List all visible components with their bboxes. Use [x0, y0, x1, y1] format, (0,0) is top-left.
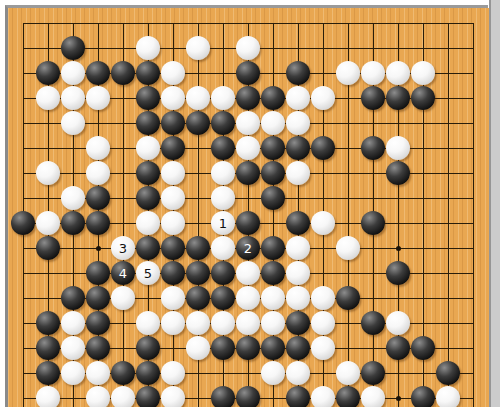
star-point — [396, 246, 401, 251]
white-stone[interactable] — [61, 86, 85, 110]
white-stone[interactable] — [86, 161, 110, 185]
black-stone[interactable] — [311, 136, 335, 160]
white-stone[interactable] — [211, 236, 235, 260]
white-stone[interactable] — [411, 61, 435, 85]
black-stone[interactable] — [136, 336, 160, 360]
white-stone[interactable] — [311, 211, 335, 235]
black-stone[interactable] — [61, 286, 85, 310]
black-stone[interactable] — [61, 211, 85, 235]
white-stone[interactable] — [61, 361, 85, 385]
white-stone[interactable] — [311, 386, 335, 407]
black-stone[interactable] — [436, 361, 460, 385]
white-stone[interactable] — [236, 311, 260, 335]
white-stone[interactable] — [111, 286, 135, 310]
white-stone[interactable] — [286, 286, 310, 310]
white-stone[interactable] — [286, 111, 310, 135]
black-stone[interactable] — [211, 261, 235, 285]
black-stone[interactable] — [286, 336, 310, 360]
white-stone[interactable] — [286, 261, 310, 285]
black-stone[interactable] — [336, 286, 360, 310]
grid-line-vertical — [473, 23, 474, 407]
black-stone[interactable] — [336, 386, 360, 407]
white-stone[interactable] — [161, 361, 185, 385]
white-stone[interactable] — [386, 311, 410, 335]
black-stone[interactable] — [211, 386, 235, 407]
white-stone[interactable] — [61, 61, 85, 85]
black-stone[interactable] — [36, 336, 60, 360]
black-stone[interactable] — [36, 311, 60, 335]
white-stone[interactable]: 5 — [136, 261, 160, 285]
black-stone[interactable] — [261, 136, 285, 160]
white-stone[interactable] — [236, 111, 260, 135]
black-stone[interactable] — [286, 136, 310, 160]
black-stone[interactable] — [136, 111, 160, 135]
white-stone[interactable] — [161, 61, 185, 85]
white-stone[interactable] — [86, 86, 110, 110]
black-stone[interactable] — [236, 336, 260, 360]
black-stone[interactable] — [186, 261, 210, 285]
white-stone[interactable] — [286, 161, 310, 185]
black-stone[interactable] — [236, 61, 260, 85]
black-stone[interactable] — [136, 186, 160, 210]
black-stone[interactable] — [36, 361, 60, 385]
black-stone[interactable] — [211, 136, 235, 160]
black-stone[interactable] — [261, 236, 285, 260]
white-stone[interactable] — [161, 286, 185, 310]
black-stone[interactable] — [386, 86, 410, 110]
black-stone[interactable] — [86, 211, 110, 235]
white-stone[interactable] — [261, 111, 285, 135]
black-stone[interactable] — [136, 86, 160, 110]
white-stone[interactable] — [211, 311, 235, 335]
white-stone[interactable] — [336, 361, 360, 385]
black-stone[interactable] — [111, 361, 135, 385]
window-right-gutter — [489, 0, 500, 407]
white-stone[interactable] — [61, 111, 85, 135]
black-stone[interactable] — [86, 186, 110, 210]
white-stone[interactable] — [311, 86, 335, 110]
white-stone[interactable] — [136, 36, 160, 60]
white-stone[interactable] — [436, 386, 460, 407]
white-stone[interactable] — [236, 136, 260, 160]
black-stone[interactable] — [36, 236, 60, 260]
black-stone[interactable] — [186, 236, 210, 260]
white-stone[interactable] — [136, 136, 160, 160]
black-stone[interactable] — [411, 336, 435, 360]
white-stone[interactable] — [211, 186, 235, 210]
black-stone[interactable] — [161, 111, 185, 135]
black-stone[interactable] — [161, 236, 185, 260]
move-number-label: 5 — [144, 267, 152, 280]
white-stone[interactable] — [161, 311, 185, 335]
black-stone[interactable] — [186, 111, 210, 135]
black-stone[interactable] — [386, 336, 410, 360]
black-stone[interactable] — [411, 386, 435, 407]
black-stone[interactable] — [286, 386, 310, 407]
white-stone[interactable] — [311, 336, 335, 360]
white-stone[interactable] — [186, 86, 210, 110]
black-stone[interactable] — [411, 86, 435, 110]
black-stone[interactable] — [86, 261, 110, 285]
star-point — [396, 396, 401, 401]
black-stone[interactable] — [161, 261, 185, 285]
black-stone[interactable] — [86, 61, 110, 85]
white-stone[interactable] — [236, 286, 260, 310]
go-board[interactable]: 13245 — [8, 8, 489, 407]
white-stone[interactable] — [136, 311, 160, 335]
white-stone[interactable]: 3 — [111, 236, 135, 260]
white-stone[interactable] — [161, 86, 185, 110]
white-stone[interactable] — [186, 36, 210, 60]
black-stone[interactable]: 4 — [111, 261, 135, 285]
black-stone[interactable] — [261, 86, 285, 110]
black-stone[interactable] — [261, 186, 285, 210]
white-stone[interactable] — [61, 311, 85, 335]
black-stone[interactable] — [361, 361, 385, 385]
move-number-label: 4 — [119, 267, 127, 280]
white-stone[interactable] — [361, 386, 385, 407]
black-stone[interactable] — [261, 161, 285, 185]
move-number-label: 3 — [119, 242, 127, 255]
black-stone[interactable] — [236, 386, 260, 407]
white-stone[interactable] — [161, 386, 185, 407]
white-stone[interactable] — [161, 161, 185, 185]
white-stone[interactable] — [36, 386, 60, 407]
white-stone[interactable] — [111, 386, 135, 407]
black-stone[interactable] — [236, 211, 260, 235]
white-stone[interactable] — [211, 161, 235, 185]
black-stone[interactable] — [211, 111, 235, 135]
white-stone[interactable] — [161, 211, 185, 235]
black-stone[interactable] — [136, 361, 160, 385]
black-stone[interactable] — [136, 61, 160, 85]
white-stone[interactable] — [286, 86, 310, 110]
black-stone[interactable] — [286, 61, 310, 85]
black-stone[interactable] — [361, 86, 385, 110]
white-stone[interactable] — [186, 311, 210, 335]
white-stone[interactable] — [86, 136, 110, 160]
black-stone[interactable] — [136, 161, 160, 185]
black-stone[interactable] — [361, 211, 385, 235]
black-stone[interactable] — [286, 211, 310, 235]
black-stone[interactable] — [261, 336, 285, 360]
white-stone[interactable] — [86, 361, 110, 385]
black-stone[interactable] — [36, 61, 60, 85]
white-stone[interactable] — [186, 336, 210, 360]
grid-line-vertical — [448, 23, 449, 407]
white-stone[interactable] — [286, 361, 310, 385]
white-stone[interactable] — [261, 361, 285, 385]
black-stone[interactable] — [361, 136, 385, 160]
white-stone[interactable] — [86, 386, 110, 407]
move-number-label: 1 — [219, 217, 227, 230]
black-stone[interactable]: 2 — [236, 236, 260, 260]
black-stone[interactable] — [211, 336, 235, 360]
black-stone[interactable] — [186, 286, 210, 310]
black-stone[interactable] — [11, 211, 35, 235]
go-screenshot: { "game": "Go (19x19 goban, cropped scre… — [0, 0, 500, 407]
star-point — [96, 246, 101, 251]
black-stone[interactable] — [111, 61, 135, 85]
black-stone[interactable] — [211, 286, 235, 310]
white-stone[interactable] — [161, 186, 185, 210]
black-stone[interactable] — [286, 311, 310, 335]
white-stone[interactable] — [336, 236, 360, 260]
black-stone[interactable] — [236, 161, 260, 185]
black-stone[interactable] — [161, 136, 185, 160]
white-stone[interactable] — [36, 86, 60, 110]
white-stone[interactable] — [261, 286, 285, 310]
white-stone[interactable] — [61, 186, 85, 210]
black-stone[interactable] — [386, 161, 410, 185]
black-stone[interactable] — [236, 86, 260, 110]
white-stone[interactable] — [261, 311, 285, 335]
black-stone[interactable] — [86, 286, 110, 310]
black-stone[interactable] — [136, 236, 160, 260]
white-stone[interactable] — [61, 336, 85, 360]
white-stone[interactable] — [136, 211, 160, 235]
white-stone[interactable] — [386, 61, 410, 85]
black-stone[interactable] — [386, 261, 410, 285]
white-stone[interactable]: 1 — [211, 211, 235, 235]
white-stone[interactable] — [361, 61, 385, 85]
white-stone[interactable] — [311, 286, 335, 310]
black-stone[interactable] — [361, 311, 385, 335]
white-stone[interactable] — [386, 136, 410, 160]
black-stone[interactable] — [136, 386, 160, 407]
black-stone[interactable] — [86, 336, 110, 360]
white-stone[interactable] — [311, 311, 335, 335]
white-stone[interactable] — [286, 236, 310, 260]
white-stone[interactable] — [211, 86, 235, 110]
black-stone[interactable] — [61, 36, 85, 60]
black-stone[interactable] — [86, 311, 110, 335]
white-stone[interactable] — [36, 161, 60, 185]
move-number-label: 2 — [244, 242, 252, 255]
white-stone[interactable] — [36, 211, 60, 235]
white-stone[interactable] — [236, 36, 260, 60]
black-stone[interactable] — [261, 261, 285, 285]
white-stone[interactable] — [236, 261, 260, 285]
white-stone[interactable] — [336, 61, 360, 85]
